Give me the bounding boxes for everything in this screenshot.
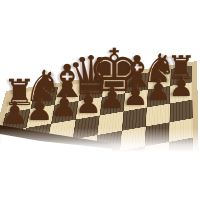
black-pawn-a7[interactable]: ♟ (1, 99, 29, 130)
black-pawn-c7[interactable]: ♟ (51, 91, 78, 121)
black-pawn-f7[interactable]: ♟ (123, 81, 149, 110)
black-pawn-d7[interactable]: ♟ (75, 88, 102, 118)
black-pawn-b7[interactable]: ♟ (26, 95, 54, 126)
black-pawn-g7[interactable]: ♟ (146, 77, 171, 105)
photo-bottom-fade (0, 128, 200, 200)
black-pawn-e7[interactable]: ♟ (99, 84, 125, 113)
chess-set-photo: ♜♞♝♛♚♝♞♜♟♟♟♟♟♟♟♟ (0, 0, 200, 200)
black-pawn-h7[interactable]: ♟ (169, 74, 194, 102)
